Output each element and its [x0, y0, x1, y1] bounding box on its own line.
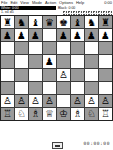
square-f1[interactable]: ♗ — [71, 108, 84, 120]
square-e3[interactable] — [57, 82, 70, 94]
black-piece-b: ♝ — [31, 17, 40, 28]
square-a1[interactable]: ♖ — [1, 108, 14, 120]
toolbar-buttons — [63, 11, 112, 15]
square-f2[interactable]: ♙ — [71, 95, 84, 107]
toolbar-button-8[interactable] — [98, 11, 102, 15]
black-piece-p: ♟ — [45, 56, 54, 67]
square-g5[interactable] — [85, 55, 98, 67]
white-piece-B: ♗ — [73, 108, 82, 119]
square-c1[interactable]: ♗ — [29, 108, 42, 120]
square-a4[interactable] — [1, 69, 14, 81]
square-d5[interactable]: ♟ — [43, 55, 56, 67]
square-b7[interactable]: ♟ — [15, 29, 28, 41]
square-h1[interactable]: ♖ — [99, 108, 112, 120]
square-a3[interactable] — [1, 82, 14, 94]
square-c3[interactable] — [29, 82, 42, 94]
toolbar-button-6[interactable] — [88, 11, 92, 15]
square-d8[interactable]: ♛ — [43, 16, 56, 28]
square-b4[interactable] — [15, 69, 28, 81]
square-b3[interactable] — [15, 82, 28, 94]
square-c8[interactable]: ♝ — [29, 16, 42, 28]
square-a8[interactable]: ♜ — [1, 16, 14, 28]
toolbar-button-1[interactable] — [63, 11, 67, 15]
square-b5[interactable] — [15, 55, 28, 67]
white-piece-Q: ♕ — [45, 108, 54, 119]
square-h3[interactable] — [99, 82, 112, 94]
white-piece-B: ♗ — [31, 108, 40, 119]
black-piece-p: ♟ — [59, 30, 68, 41]
square-d1[interactable]: ♕ — [43, 108, 56, 120]
square-h7[interactable]: ♟ — [99, 29, 112, 41]
white-piece-K: ♔ — [59, 108, 68, 119]
square-e8[interactable]: ♚ — [57, 16, 70, 28]
black-piece-p: ♟ — [17, 30, 26, 41]
black-piece-p: ♟ — [3, 30, 12, 41]
white-piece-R: ♖ — [3, 108, 12, 119]
square-g4[interactable] — [85, 69, 98, 81]
black-piece-p: ♟ — [73, 30, 82, 41]
square-d3[interactable] — [43, 82, 56, 94]
black-piece-n: ♞ — [17, 17, 26, 28]
square-g8[interactable]: ♞ — [85, 16, 98, 28]
square-a2[interactable]: ♙ — [1, 95, 14, 107]
square-e7[interactable]: ♟ — [57, 29, 70, 41]
toolbar-button-9[interactable] — [103, 11, 107, 15]
square-c4[interactable] — [29, 69, 42, 81]
white-piece-N: ♘ — [87, 108, 96, 119]
square-h6[interactable] — [99, 42, 112, 54]
black-clock-label: Black: 0:00 — [58, 6, 75, 10]
square-b6[interactable] — [15, 42, 28, 54]
square-c6[interactable] — [29, 42, 42, 54]
move-list-text: 1. e4 d5 — [1, 10, 14, 15]
white-piece-P: ♙ — [17, 95, 26, 106]
status-area: 00:00:00 — [0, 121, 113, 150]
square-c2[interactable]: ♙ — [29, 95, 42, 107]
square-b2[interactable]: ♙ — [15, 95, 28, 107]
white-piece-P: ♙ — [73, 95, 82, 106]
square-e2[interactable] — [57, 95, 70, 107]
toolbar-button-10[interactable] — [108, 11, 112, 15]
square-d7[interactable] — [43, 29, 56, 41]
white-piece-P: ♙ — [87, 95, 96, 106]
black-piece-q: ♛ — [45, 17, 54, 28]
menu-clock-status: 0:00 — [104, 0, 112, 6]
toolbar-button-5[interactable] — [83, 11, 87, 15]
square-d4[interactable] — [43, 69, 56, 81]
black-piece-p: ♟ — [31, 30, 40, 41]
square-d6[interactable] — [43, 42, 56, 54]
square-b8[interactable]: ♞ — [15, 16, 28, 28]
square-e4[interactable]: ♙ — [57, 69, 70, 81]
square-d2[interactable]: ♙ — [43, 95, 56, 107]
black-piece-k: ♚ — [59, 17, 68, 28]
square-h4[interactable] — [99, 69, 112, 81]
square-g3[interactable] — [85, 82, 98, 94]
white-piece-R: ♖ — [101, 108, 110, 119]
square-f6[interactable] — [71, 42, 84, 54]
square-b1[interactable]: ♘ — [15, 108, 28, 120]
square-a5[interactable] — [1, 55, 14, 67]
black-piece-r: ♜ — [101, 17, 110, 28]
square-f7[interactable]: ♟ — [71, 29, 84, 41]
square-g6[interactable] — [85, 42, 98, 54]
square-f3[interactable] — [71, 82, 84, 94]
square-f5[interactable] — [71, 55, 84, 67]
chess-board[interactable]: ♜♞♝♛♚♝♞♜♟♟♟♟♟♟♟♟♙♙♙♙♙♙♙♙♖♘♗♕♔♗♘♖ — [0, 15, 113, 121]
square-e1[interactable]: ♔ — [57, 108, 70, 120]
white-piece-P: ♙ — [3, 95, 12, 106]
toolbar-button-4[interactable] — [78, 11, 82, 15]
toolbar-button-3[interactable] — [73, 11, 77, 15]
bottom-status-text: 00:00:00 — [84, 141, 110, 146]
menu-item-help[interactable]: Help — [76, 0, 84, 6]
bottom-button-icon — [55, 145, 60, 147]
square-g7[interactable]: ♟ — [85, 29, 98, 41]
square-f8[interactable]: ♝ — [71, 16, 84, 28]
bottom-button[interactable] — [52, 142, 63, 149]
square-h5[interactable] — [99, 55, 112, 67]
square-g2[interactable]: ♙ — [85, 95, 98, 107]
black-clock: Black: 0:00 — [56, 6, 75, 10]
square-c7[interactable]: ♟ — [29, 29, 42, 41]
square-f4[interactable] — [71, 69, 84, 81]
black-piece-n: ♞ — [87, 17, 96, 28]
square-h2[interactable]: ♙ — [99, 95, 112, 107]
square-a7[interactable]: ♟ — [1, 29, 14, 41]
white-piece-P: ♙ — [59, 69, 68, 80]
black-piece-r: ♜ — [3, 17, 12, 28]
square-c5[interactable] — [29, 55, 42, 67]
square-a6[interactable] — [1, 42, 14, 54]
toolbar-button-2[interactable] — [68, 11, 72, 15]
white-piece-P: ♙ — [31, 95, 40, 106]
square-e5[interactable] — [57, 55, 70, 67]
square-g1[interactable]: ♘ — [85, 108, 98, 120]
black-piece-p: ♟ — [101, 30, 110, 41]
square-h8[interactable]: ♜ — [99, 16, 112, 28]
square-e6[interactable] — [57, 42, 70, 54]
white-piece-P: ♙ — [45, 95, 54, 106]
black-piece-p: ♟ — [87, 30, 96, 41]
toolbar-button-7[interactable] — [93, 11, 97, 15]
white-piece-P: ♙ — [101, 95, 110, 106]
white-piece-N: ♘ — [17, 108, 26, 119]
black-piece-b: ♝ — [73, 17, 82, 28]
